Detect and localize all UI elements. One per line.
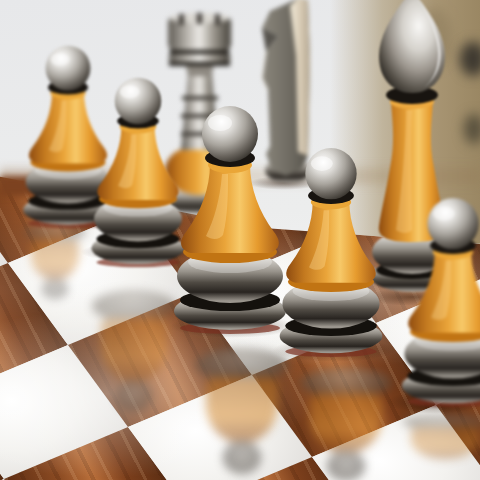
background-piece-blob-2 bbox=[464, 114, 480, 144]
background-blur-blob bbox=[418, 8, 452, 68]
chess-photo-scene bbox=[0, 0, 480, 480]
far-board-edge bbox=[0, 176, 46, 196]
board-horizon-blur bbox=[0, 168, 480, 184]
background-piece-blob-1 bbox=[460, 42, 480, 76]
